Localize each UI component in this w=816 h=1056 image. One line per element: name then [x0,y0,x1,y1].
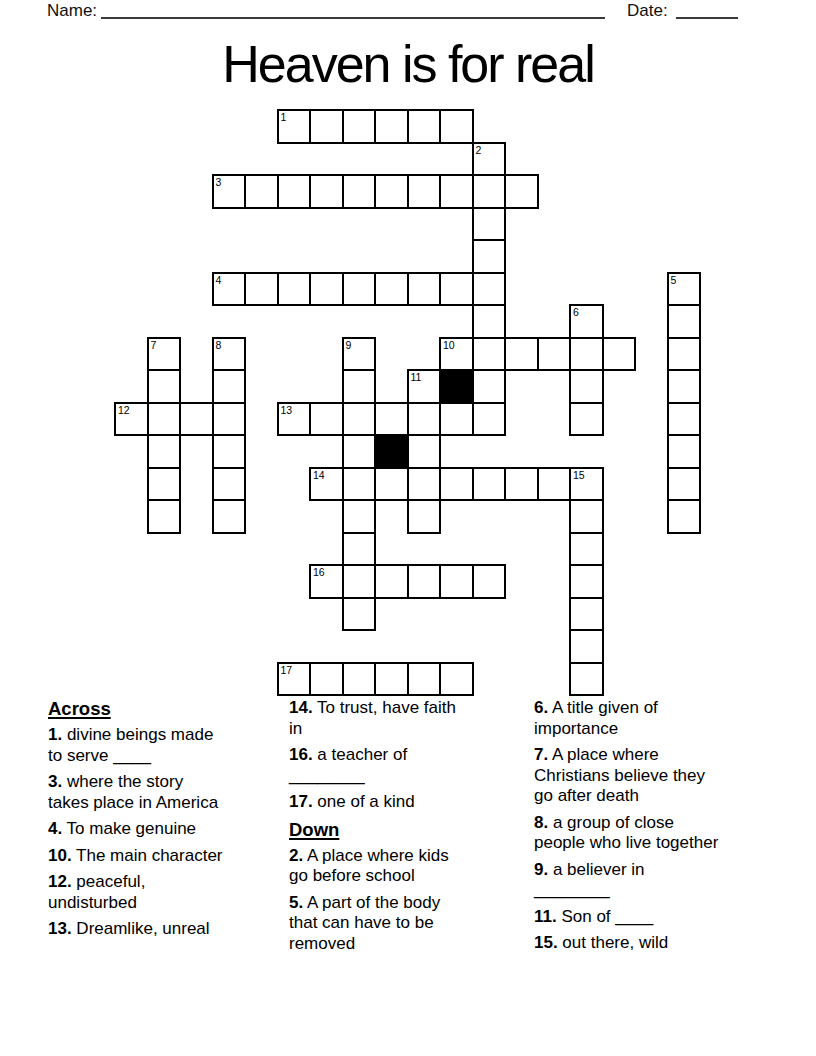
grid-cell[interactable] [407,662,442,697]
grid-cell[interactable] [407,467,442,502]
clue-number: 3. [48,772,62,791]
clue-item: 11. Son of ____ [534,907,802,928]
grid-cell[interactable] [374,174,409,209]
cell-number-label: 12 [118,404,130,416]
grid-cell[interactable] [472,207,507,242]
clue-number: 2. [289,846,303,865]
clue-number: 11. [534,907,557,926]
grid-cell[interactable] [179,402,214,437]
grid-cell[interactable] [374,564,409,599]
grid-cell[interactable] [374,272,409,307]
grid-cell[interactable] [667,369,702,404]
clue-column-left: Across1. divine beings made to serve ___… [48,698,286,946]
clue-text: one of a kind [313,792,415,811]
clue-item: 7. A place where Christians believe they… [534,745,802,807]
grid-cell[interactable] [342,369,377,404]
clue-text: A place where Christians believe they go… [534,745,705,805]
grid-cell[interactable]: 11 [407,369,442,404]
grid-cell[interactable] [569,369,604,404]
grid-cell[interactable] [667,402,702,437]
grid-cell[interactable] [667,434,702,469]
grid-cell[interactable]: 6 [569,304,604,339]
grid-cell[interactable] [309,402,344,437]
grid-cell[interactable] [472,369,507,404]
clue-text: a group of close people who live togethe… [534,813,718,853]
clue-item: 4. To make genuine [48,819,286,840]
grid-cell[interactable] [407,272,442,307]
cell-number-label: 2 [476,144,482,156]
clue-text: Dreamlike, unreal [72,919,210,938]
grid-cell[interactable] [374,402,409,437]
clue-item: 10. The main character [48,846,286,867]
cell-number-label: 13 [281,404,293,416]
black-cell [439,369,474,404]
grid-cell[interactable] [407,564,442,599]
grid-cell[interactable]: 13 [277,402,312,437]
clue-item: 9. a believer in ________ [534,860,802,901]
clue-number: 4. [48,819,62,838]
cell-number-label: 17 [281,664,293,676]
grid-cell[interactable] [374,109,409,144]
grid-cell[interactable] [407,499,442,534]
grid-cell[interactable]: 9 [342,337,377,372]
grid-cell[interactable] [212,434,247,469]
grid-cell[interactable] [407,174,442,209]
clue-number: 13. [48,919,72,938]
grid-cell[interactable] [569,499,604,534]
clue-item: 14. To trust, have faith in [289,698,531,739]
clue-text: To trust, have faith in [289,698,456,738]
clue-number: 1. [48,725,62,744]
grid-cell[interactable] [277,272,312,307]
grid-cell[interactable] [342,467,377,502]
grid-cell[interactable] [472,304,507,339]
cell-number-label: 14 [313,469,325,481]
grid-cell[interactable]: 5 [667,272,702,307]
clue-number: 8. [534,813,548,832]
grid-cell[interactable] [569,402,604,437]
clue-text: out there, wild [558,933,669,952]
grid-cell[interactable] [407,109,442,144]
grid-cell[interactable] [472,272,507,307]
clue-item: 6. A title given of importance [534,698,802,739]
cell-number-label: 15 [573,469,585,481]
clue-item: 13. Dreamlike, unreal [48,919,286,940]
clue-text: Son of ____ [557,907,653,926]
grid-cell[interactable]: 15 [569,467,604,502]
grid-cell[interactable] [244,174,279,209]
black-cell [374,434,409,469]
clue-item: 17. one of a kind [289,792,531,813]
grid-cell[interactable] [667,304,702,339]
grid-cell[interactable] [537,337,572,372]
grid-cell[interactable] [439,109,474,144]
grid-cell[interactable]: 17 [277,662,312,697]
grid-cell[interactable] [212,402,247,437]
grid-cell[interactable] [342,597,377,632]
clues-heading-down: Down [289,819,531,840]
grid-cell[interactable] [504,337,539,372]
grid-cell[interactable] [309,662,344,697]
crossword-grid: 1234567891011121314151617 [114,109,701,696]
clue-number: 14. [289,698,313,717]
cell-number-label: 10 [443,339,455,351]
grid-cell[interactable] [569,337,604,372]
grid-cell[interactable] [504,174,539,209]
grid-cell[interactable] [569,597,604,632]
clue-text: a believer in ________ [534,860,645,900]
grid-cell[interactable] [374,467,409,502]
cell-number-label: 11 [411,371,422,383]
clue-text: To make genuine [62,819,196,838]
grid-cell[interactable] [472,174,507,209]
grid-cell[interactable] [472,402,507,437]
crossword-worksheet: { "game": "crossword", "title": "Heaven … [0,0,816,1056]
name-label: Name: [47,1,97,21]
grid-cell[interactable]: 12 [114,402,149,437]
grid-cell[interactable]: 10 [439,337,474,372]
grid-cell[interactable] [667,499,702,534]
grid-cell[interactable] [602,337,637,372]
grid-cell[interactable] [667,337,702,372]
grid-cell[interactable]: 4 [212,272,247,307]
clue-text: A title given of importance [534,698,658,738]
grid-cell[interactable]: 7 [147,337,182,372]
clue-item: 16. a teacher of ________ [289,745,531,786]
grid-cell[interactable] [569,629,604,664]
clue-number: 16. [289,745,313,764]
clues-heading-across: Across [48,698,286,719]
grid-cell[interactable] [212,467,247,502]
grid-cell[interactable] [342,109,377,144]
grid-cell[interactable] [342,434,377,469]
cell-number-label: 9 [346,339,352,351]
grid-cell[interactable] [407,434,442,469]
cell-number-label: 4 [216,274,222,286]
clue-item: 2. A place where kids go before school [289,846,531,887]
grid-cell[interactable] [147,434,182,469]
grid-cell[interactable] [374,662,409,697]
clue-text: A place where kids go before school [289,846,449,886]
grid-cell[interactable] [472,564,507,599]
grid-cell[interactable] [439,272,474,307]
clue-number: 7. [534,745,548,764]
clue-number: 15. [534,933,558,952]
grid-cell[interactable] [407,402,442,437]
clue-item: 3. where the story takes place in Americ… [48,772,286,813]
grid-cell[interactable] [342,174,377,209]
grid-cell[interactable] [342,532,377,567]
cell-number-label: 8 [216,339,222,351]
grid-cell[interactable] [472,239,507,274]
grid-cell[interactable] [569,662,604,697]
grid-cell[interactable] [472,467,507,502]
grid-cell[interactable] [244,272,279,307]
grid-cell[interactable] [309,272,344,307]
grid-cell[interactable]: 1 [277,109,312,144]
cell-number-label: 5 [671,274,677,286]
grid-cell[interactable] [342,402,377,437]
clue-column-middle: 14. To trust, have faith in16. a teacher… [289,698,531,960]
grid-cell[interactable] [504,467,539,502]
grid-cell[interactable]: 2 [472,142,507,177]
grid-cell[interactable] [147,499,182,534]
grid-cell[interactable] [439,467,474,502]
clue-item: 15. out there, wild [534,933,802,954]
date-fill-line[interactable] [676,0,738,19]
grid-cell[interactable] [342,564,377,599]
grid-cell[interactable] [342,499,377,534]
name-fill-line[interactable] [101,0,605,19]
clue-item: 8. a group of close people who live toge… [534,813,802,854]
grid-cell[interactable] [342,272,377,307]
clue-number: 6. [534,698,548,717]
grid-cell[interactable] [147,467,182,502]
grid-cell[interactable] [342,662,377,697]
grid-cell[interactable] [569,532,604,567]
clue-number: 5. [289,893,303,912]
grid-cell[interactable] [212,369,247,404]
grid-cell[interactable] [569,564,604,599]
cell-number-label: 16 [313,566,325,578]
grid-cell[interactable]: 16 [309,564,344,599]
clue-item: 12. peaceful, undisturbed [48,872,286,913]
grid-cell[interactable] [537,467,572,502]
grid-cell[interactable] [667,467,702,502]
clue-text: where the story takes place in America [48,772,218,812]
cell-number-label: 1 [281,111,287,123]
clue-item: 5. A part of the body that can have to b… [289,893,531,955]
grid-cell[interactable] [309,174,344,209]
clue-item: 1. divine beings made to serve ____ [48,725,286,766]
cell-number-label: 7 [151,339,157,351]
date-label: Date: [627,1,668,21]
page-title: Heaven is for real [0,36,816,93]
grid-cell[interactable] [277,174,312,209]
clue-number: 9. [534,860,548,879]
clue-number: 10. [48,846,72,865]
grid-cell[interactable] [439,174,474,209]
grid-cell[interactable] [439,564,474,599]
clue-text: The main character [72,846,223,865]
grid-cell[interactable] [147,402,182,437]
grid-cell[interactable]: 8 [212,337,247,372]
grid-cell[interactable]: 14 [309,467,344,502]
cell-number-label: 6 [573,306,579,318]
clue-column-right: 6. A title given of importance7. A place… [534,698,802,960]
clue-number: 17. [289,792,313,811]
clue-text: A part of the body that can have to be r… [289,893,440,953]
grid-cell[interactable]: 3 [212,174,247,209]
grid-cell[interactable] [439,662,474,697]
grid-cell[interactable] [309,109,344,144]
clue-number: 12. [48,872,72,891]
cell-number-label: 3 [216,176,222,188]
grid-cell[interactable] [439,402,474,437]
grid-cell[interactable] [212,499,247,534]
grid-cell[interactable] [147,369,182,404]
clue-text: divine beings made to serve ____ [48,725,213,765]
grid-cell[interactable] [472,337,507,372]
